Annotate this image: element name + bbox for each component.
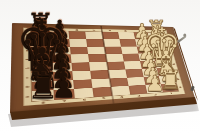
chess-set-photo: 88hh77gg66ff55ee44dd33cc22bb11aa ♜♟♟♜♞♟♟… (0, 0, 200, 133)
pieces-layer: ♜♟♟♜♞♟♟♞♝♟♟♝♚♟♟♚♛♟♟♛♝♟♟♝♞♟♟♞♜♟♟♜ (0, 0, 200, 133)
piece-white-pawn: ♟ (145, 73, 165, 95)
piece-black-rook: ♜ (27, 69, 59, 105)
